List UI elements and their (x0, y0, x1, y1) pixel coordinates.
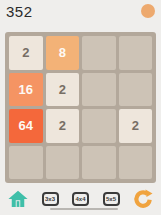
restart-button[interactable] (133, 189, 153, 209)
grid-size-4x4-label: 4x4 (75, 196, 85, 202)
home-button[interactable] (8, 189, 28, 209)
cell-empty (82, 73, 116, 107)
grid-size-5x5-label: 5x5 (106, 196, 116, 202)
cell-empty (82, 109, 116, 143)
tile-64: 64 (9, 109, 43, 143)
tile-2: 2 (46, 109, 80, 143)
tile-2: 2 (9, 36, 43, 70)
cell-empty (82, 36, 116, 70)
cell-empty (119, 36, 153, 70)
cell-empty (119, 146, 153, 180)
tile-2: 2 (119, 109, 153, 143)
grid-size-3x3-button[interactable]: 3x3 (42, 192, 59, 206)
gesture-bar (50, 208, 118, 210)
tile-8: 8 (46, 36, 80, 70)
tile-16: 16 (9, 73, 43, 107)
home-icon (8, 189, 28, 209)
cell-empty (119, 73, 153, 107)
score-value: 352 (6, 3, 33, 20)
refresh-icon (133, 189, 153, 209)
cell-empty (46, 146, 80, 180)
grid-size-3x3-label: 3x3 (45, 196, 55, 202)
tile-2: 2 (46, 73, 80, 107)
grid-size-4x4-button[interactable]: 4x4 (72, 192, 89, 206)
orange-dot-button[interactable] (141, 4, 155, 18)
cell-empty (82, 146, 116, 180)
board[interactable]: 281626422 (5, 32, 156, 183)
grid-size-5x5-button[interactable]: 5x5 (103, 192, 120, 206)
cell-empty (9, 146, 43, 180)
game-screen: 352 281626422 3x3 4x4 5x5 (0, 0, 161, 215)
